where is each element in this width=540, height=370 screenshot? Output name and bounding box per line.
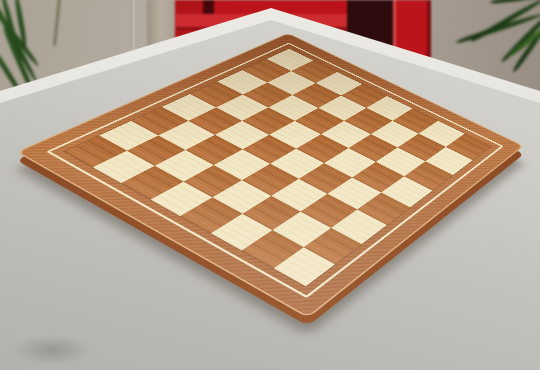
plant-leaves-right [430, 0, 540, 70]
product-photo-chessboard [0, 0, 540, 370]
